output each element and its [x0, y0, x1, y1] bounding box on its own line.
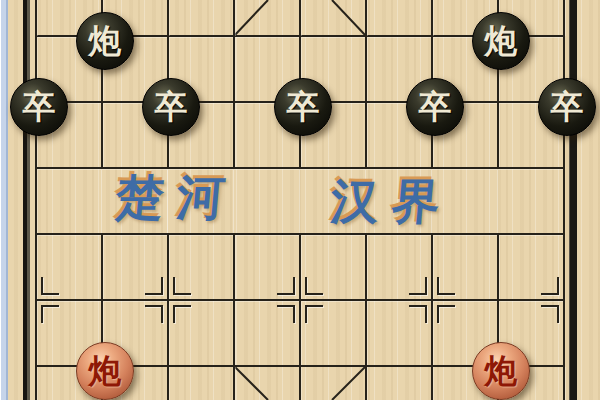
piece-black-soldier-3[interactable]: 卒	[274, 78, 332, 136]
piece-black-cannon-right[interactable]: 炮	[472, 12, 530, 70]
grid-line-extension	[233, 367, 235, 400]
red-piece-character: 炮	[485, 343, 518, 399]
point-marker-bracket	[145, 277, 163, 295]
black-piece-character: 炮	[89, 13, 122, 69]
point-marker-bracket	[409, 277, 427, 295]
piece-black-soldier-1[interactable]: 卒	[10, 78, 68, 136]
board-left-frame-bar	[23, 0, 30, 400]
black-piece-character: 卒	[155, 79, 188, 135]
palace-diagonal-line	[332, 366, 366, 400]
point-marker-bracket	[41, 305, 59, 323]
grid-line-extension	[431, 0, 433, 36]
grid-line-extension	[233, 0, 235, 36]
piece-black-soldier-2[interactable]: 卒	[142, 78, 200, 136]
black-piece-character: 卒	[419, 79, 452, 135]
grid-line-extension	[35, 367, 37, 400]
board-right-frame-bar	[569, 0, 577, 400]
palace-diagonal-line	[234, 0, 268, 36]
xiangqi-board[interactable]: 楚河 汉界 炮炮卒卒卒卒卒炮炮	[0, 0, 600, 400]
black-piece-character: 炮	[485, 13, 518, 69]
black-piece-character: 卒	[287, 79, 320, 135]
piece-black-cannon-left[interactable]: 炮	[76, 12, 134, 70]
point-marker-bracket	[541, 305, 559, 323]
grid-line-extension	[365, 367, 367, 400]
grid-line-extension	[365, 0, 367, 36]
window-edge-strip	[0, 0, 8, 400]
palace-diagonal-line	[332, 0, 366, 36]
point-marker-bracket	[145, 305, 163, 323]
grid-line-extension	[35, 0, 37, 36]
point-marker-bracket	[437, 277, 455, 295]
xiangqi-app-window: 楚河 汉界 炮炮卒卒卒卒卒炮炮	[0, 0, 600, 400]
grid-line-extension	[167, 0, 169, 36]
river-label-han-jie: 汉界	[329, 176, 456, 228]
grid-line-extension	[167, 367, 169, 400]
grid-line-extension	[563, 0, 565, 36]
grid-line-extension	[299, 0, 301, 36]
point-marker-bracket	[437, 305, 455, 323]
black-piece-character: 卒	[551, 79, 584, 135]
red-piece-character: 炮	[89, 343, 122, 399]
point-marker-bracket	[41, 277, 59, 295]
point-marker-bracket	[277, 277, 295, 295]
black-piece-character: 卒	[23, 79, 56, 135]
grid-line-extension	[299, 367, 301, 400]
point-marker-bracket	[173, 305, 191, 323]
piece-black-soldier-4[interactable]: 卒	[406, 78, 464, 136]
point-marker-bracket	[173, 277, 191, 295]
point-marker-bracket	[305, 277, 323, 295]
grid-line-extension	[563, 367, 565, 400]
point-marker-bracket	[305, 305, 323, 323]
grid-line-extension	[431, 367, 433, 400]
piece-red-cannon-left[interactable]: 炮	[76, 342, 134, 400]
point-marker-bracket	[409, 305, 427, 323]
palace-diagonal-line	[234, 366, 268, 400]
piece-black-soldier-5[interactable]: 卒	[538, 78, 596, 136]
river-label-chu-he: 楚河	[114, 172, 241, 224]
piece-red-cannon-right[interactable]: 炮	[472, 342, 530, 400]
point-marker-bracket	[277, 305, 295, 323]
point-marker-bracket	[541, 277, 559, 295]
